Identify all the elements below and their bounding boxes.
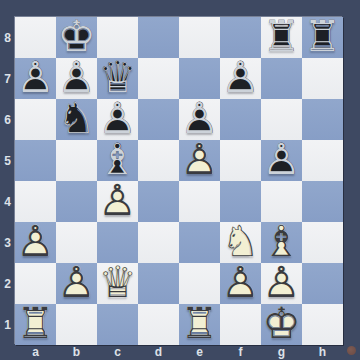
square-c6[interactable]: ♟♙ — [97, 99, 138, 140]
square-f4[interactable] — [220, 181, 261, 222]
pawn-icon: ♟ — [15, 221, 56, 262]
rook-icon: ♜ — [179, 303, 220, 344]
square-b1[interactable] — [56, 304, 97, 345]
square-g3[interactable]: ♝♗ — [261, 222, 302, 263]
pawn-outline-icon: ♙ — [15, 57, 56, 98]
bishop-icon: ♝ — [261, 221, 302, 262]
square-h4[interactable] — [302, 181, 343, 222]
queen-outline-icon: ♕ — [97, 57, 138, 98]
pawn-icon: ♟ — [56, 262, 97, 303]
square-d6[interactable] — [138, 99, 179, 140]
king-icon: ♚ — [261, 303, 302, 344]
knight-icon: ♞ — [220, 221, 261, 262]
pawn-outline-icon: ♙ — [220, 262, 261, 303]
pawn-outline-icon: ♙ — [97, 180, 138, 221]
rank-label-7: 7 — [0, 58, 15, 99]
pawn-outline-icon: ♙ — [261, 262, 302, 303]
piece-black-knight[interactable]: ♞♘ — [56, 99, 97, 140]
square-c3[interactable] — [97, 222, 138, 263]
square-c7[interactable]: ♛♕ — [97, 58, 138, 99]
piece-black-pawn[interactable]: ♟♙ — [56, 58, 97, 99]
square-h6[interactable] — [302, 99, 343, 140]
square-g2[interactable]: ♟♙ — [261, 263, 302, 304]
king-outline-icon: ♔ — [56, 16, 97, 57]
square-c2[interactable]: ♛♕ — [97, 263, 138, 304]
piece-white-king[interactable]: ♚♔ — [261, 304, 302, 345]
square-a7[interactable]: ♟♙ — [15, 58, 56, 99]
rank-labels: 87654321 — [0, 17, 15, 345]
piece-black-rook[interactable]: ♜♖ — [302, 17, 343, 58]
square-a1[interactable]: ♜♖ — [15, 304, 56, 345]
square-c1[interactable] — [97, 304, 138, 345]
knight-outline-icon: ♘ — [220, 221, 261, 262]
pawn-outline-icon: ♙ — [56, 57, 97, 98]
pawn-outline-icon: ♙ — [179, 98, 220, 139]
pawn-icon: ♟ — [220, 262, 261, 303]
square-h2[interactable] — [302, 263, 343, 304]
pawn-outline-icon: ♙ — [220, 57, 261, 98]
square-e5[interactable]: ♟♙ — [179, 140, 220, 181]
square-g4[interactable] — [261, 181, 302, 222]
pawn-icon: ♟ — [179, 139, 220, 180]
rook-outline-icon: ♖ — [261, 16, 302, 57]
file-label-d: d — [138, 344, 179, 360]
king-icon: ♚ — [56, 16, 97, 57]
pawn-outline-icon: ♙ — [56, 262, 97, 303]
piece-black-pawn[interactable]: ♟♙ — [179, 99, 220, 140]
rank-label-1: 1 — [0, 304, 15, 345]
piece-white-pawn[interactable]: ♟♙ — [220, 263, 261, 304]
piece-white-pawn[interactable]: ♟♙ — [179, 140, 220, 181]
file-label-e: e — [179, 344, 220, 360]
rank-label-6: 6 — [0, 99, 15, 140]
piece-black-rook[interactable]: ♜♖ — [261, 17, 302, 58]
square-g6[interactable] — [261, 99, 302, 140]
square-d5[interactable] — [138, 140, 179, 181]
rank-label-3: 3 — [0, 222, 15, 263]
square-d1[interactable] — [138, 304, 179, 345]
rook-icon: ♜ — [15, 303, 56, 344]
rank-label-4: 4 — [0, 181, 15, 222]
pawn-icon: ♟ — [261, 262, 302, 303]
chess-board: ♚♔♜♖♜♖♟♙♟♙♛♕♟♙♞♘♟♙♟♙♝♗♟♙♟♙♟♙♟♙♞♘♝♗♟♙♛♕♟♙… — [15, 17, 343, 345]
square-d4[interactable] — [138, 181, 179, 222]
bishop-outline-icon: ♗ — [261, 221, 302, 262]
chess-diagram: 87654321 ♚♔♜♖♜♖♟♙♟♙♛♕♟♙♞♘♟♙♟♙♝♗♟♙♟♙♟♙♟♙♞… — [0, 0, 360, 360]
pawn-icon: ♟ — [179, 98, 220, 139]
square-f1[interactable] — [220, 304, 261, 345]
square-e2[interactable] — [179, 263, 220, 304]
square-h8[interactable]: ♜♖ — [302, 17, 343, 58]
square-b2[interactable]: ♟♙ — [56, 263, 97, 304]
square-c5[interactable]: ♝♗ — [97, 140, 138, 181]
piece-black-king[interactable]: ♚♔ — [56, 17, 97, 58]
bishop-outline-icon: ♗ — [97, 139, 138, 180]
square-e1[interactable]: ♜♖ — [179, 304, 220, 345]
square-h3[interactable] — [302, 222, 343, 263]
square-e6[interactable]: ♟♙ — [179, 99, 220, 140]
square-d3[interactable] — [138, 222, 179, 263]
rook-outline-icon: ♖ — [302, 16, 343, 57]
pawn-outline-icon: ♙ — [261, 139, 302, 180]
square-d7[interactable] — [138, 58, 179, 99]
square-e3[interactable] — [179, 222, 220, 263]
square-g5[interactable]: ♟♙ — [261, 140, 302, 181]
piece-white-pawn[interactable]: ♟♙ — [56, 263, 97, 304]
square-b4[interactable] — [56, 181, 97, 222]
square-f6[interactable] — [220, 99, 261, 140]
file-label-g: g — [261, 344, 302, 360]
square-d8[interactable] — [138, 17, 179, 58]
square-a3[interactable]: ♟♙ — [15, 222, 56, 263]
rank-label-5: 5 — [0, 140, 15, 181]
pawn-icon: ♟ — [220, 57, 261, 98]
pawn-icon: ♟ — [56, 57, 97, 98]
square-c4[interactable]: ♟♙ — [97, 181, 138, 222]
square-e8[interactable] — [179, 17, 220, 58]
square-c8[interactable] — [97, 17, 138, 58]
piece-black-bishop[interactable]: ♝♗ — [97, 140, 138, 181]
piece-white-rook[interactable]: ♜♖ — [15, 304, 56, 345]
knight-icon: ♞ — [56, 98, 97, 139]
file-label-f: f — [220, 344, 261, 360]
square-f2[interactable]: ♟♙ — [220, 263, 261, 304]
square-g8[interactable]: ♜♖ — [261, 17, 302, 58]
watermark-dot — [347, 346, 356, 355]
square-g1[interactable]: ♚♔ — [261, 304, 302, 345]
piece-black-pawn[interactable]: ♟♙ — [220, 58, 261, 99]
piece-white-knight[interactable]: ♞♘ — [220, 222, 261, 263]
square-b6[interactable]: ♞♘ — [56, 99, 97, 140]
king-outline-icon: ♔ — [261, 303, 302, 344]
piece-black-pawn[interactable]: ♟♙ — [97, 99, 138, 140]
square-b5[interactable] — [56, 140, 97, 181]
square-f8[interactable] — [220, 17, 261, 58]
rook-icon: ♜ — [261, 16, 302, 57]
square-a6[interactable] — [15, 99, 56, 140]
square-h5[interactable] — [302, 140, 343, 181]
rank-label-8: 8 — [0, 17, 15, 58]
square-a4[interactable] — [15, 181, 56, 222]
piece-white-pawn[interactable]: ♟♙ — [261, 263, 302, 304]
queen-icon: ♛ — [97, 57, 138, 98]
knight-outline-icon: ♘ — [56, 98, 97, 139]
piece-black-pawn[interactable]: ♟♙ — [15, 58, 56, 99]
square-d2[interactable] — [138, 263, 179, 304]
square-a5[interactable] — [15, 140, 56, 181]
pawn-outline-icon: ♙ — [97, 98, 138, 139]
file-label-h: h — [302, 344, 343, 360]
piece-white-pawn[interactable]: ♟♙ — [97, 181, 138, 222]
square-f7[interactable]: ♟♙ — [220, 58, 261, 99]
rook-icon: ♜ — [302, 16, 343, 57]
file-label-c: c — [97, 344, 138, 360]
bishop-icon: ♝ — [97, 139, 138, 180]
file-labels: abcdefgh — [15, 344, 343, 360]
piece-white-queen[interactable]: ♛♕ — [97, 263, 138, 304]
square-f5[interactable] — [220, 140, 261, 181]
square-b3[interactable] — [56, 222, 97, 263]
rook-outline-icon: ♖ — [179, 303, 220, 344]
piece-black-pawn[interactable]: ♟♙ — [261, 140, 302, 181]
piece-black-queen[interactable]: ♛♕ — [97, 58, 138, 99]
square-g7[interactable] — [261, 58, 302, 99]
queen-icon: ♛ — [97, 262, 138, 303]
piece-white-pawn[interactable]: ♟♙ — [15, 222, 56, 263]
file-label-b: b — [56, 344, 97, 360]
pawn-outline-icon: ♙ — [15, 221, 56, 262]
square-h7[interactable] — [302, 58, 343, 99]
queen-outline-icon: ♕ — [97, 262, 138, 303]
piece-white-bishop[interactable]: ♝♗ — [261, 222, 302, 263]
file-label-a: a — [15, 344, 56, 360]
piece-white-rook[interactable]: ♜♖ — [179, 304, 220, 345]
square-a2[interactable] — [15, 263, 56, 304]
square-b7[interactable]: ♟♙ — [56, 58, 97, 99]
rank-label-2: 2 — [0, 263, 15, 304]
pawn-outline-icon: ♙ — [179, 139, 220, 180]
pawn-icon: ♟ — [97, 98, 138, 139]
square-e4[interactable] — [179, 181, 220, 222]
square-b8[interactable]: ♚♔ — [56, 17, 97, 58]
pawn-icon: ♟ — [261, 139, 302, 180]
square-f3[interactable]: ♞♘ — [220, 222, 261, 263]
rook-outline-icon: ♖ — [15, 303, 56, 344]
pawn-icon: ♟ — [15, 57, 56, 98]
square-e7[interactable] — [179, 58, 220, 99]
square-a8[interactable] — [15, 17, 56, 58]
square-h1[interactable] — [302, 304, 343, 345]
pawn-icon: ♟ — [97, 180, 138, 221]
